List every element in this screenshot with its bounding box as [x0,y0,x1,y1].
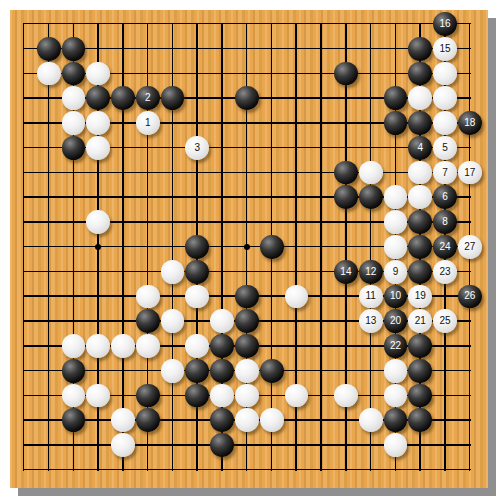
stone-black[interactable] [408,210,432,234]
stone-black-move-6[interactable]: 6 [433,185,457,209]
stone-black[interactable] [62,136,86,160]
stone-black-move-2[interactable]: 2 [136,86,160,110]
stone-black[interactable] [161,86,185,110]
move-number-label: 19 [415,291,426,301]
move-number-label: 5 [442,143,448,153]
move-number-label: 1 [145,118,151,128]
move-number-label: 27 [464,242,475,252]
stone-white[interactable] [384,359,408,383]
stone-white[interactable] [136,285,160,309]
move-number-label: 6 [442,192,448,202]
stone-black[interactable] [37,37,61,61]
stone-white-move-3[interactable]: 3 [185,136,209,160]
stone-black[interactable] [334,185,358,209]
move-number-label: 24 [439,242,450,252]
stone-black[interactable] [136,408,160,432]
stone-black[interactable] [408,334,432,358]
stone-white[interactable] [210,384,234,408]
stone-white[interactable] [384,384,408,408]
move-number-label: 2 [145,93,151,103]
stone-black[interactable] [408,62,432,86]
move-number-label: 8 [442,217,448,227]
stone-black[interactable] [384,86,408,110]
stone-white-move-9[interactable]: 9 [384,260,408,284]
stone-white[interactable] [384,235,408,259]
stone-black[interactable] [235,285,259,309]
stone-black-move-26[interactable]: 26 [458,285,482,309]
stone-white[interactable] [384,433,408,457]
stone-white-move-1[interactable]: 1 [136,111,160,135]
stone-white[interactable] [161,309,185,333]
stone-grid[interactable]: 1615211834571768242714129231110192613202… [12,12,483,483]
stone-white[interactable] [185,285,209,309]
stone-white[interactable] [384,210,408,234]
stone-white[interactable] [86,210,110,234]
move-number-label: 7 [442,168,448,178]
stone-black[interactable] [62,62,86,86]
stone-white[interactable] [111,334,135,358]
stone-black[interactable] [408,37,432,61]
move-number-label: 12 [365,267,376,277]
stone-white[interactable] [334,384,358,408]
stone-white[interactable] [62,334,86,358]
stone-white[interactable] [359,161,383,185]
move-number-label: 14 [340,267,351,277]
stone-black-move-4[interactable]: 4 [408,136,432,160]
stone-black[interactable] [136,309,160,333]
move-number-label: 3 [195,143,201,153]
stone-white[interactable] [408,86,432,110]
stone-white[interactable] [185,334,209,358]
stone-white[interactable] [433,111,457,135]
stone-black[interactable] [210,408,234,432]
stone-white-move-7[interactable]: 7 [433,161,457,185]
move-number-label: 13 [365,316,376,326]
stone-white[interactable] [161,359,185,383]
stone-black[interactable] [235,86,259,110]
stone-white-move-11[interactable]: 11 [359,285,383,309]
stone-white[interactable] [62,111,86,135]
move-number-label: 16 [439,19,450,29]
stone-white[interactable] [408,161,432,185]
move-number-label: 10 [390,291,401,301]
stone-black[interactable] [185,235,209,259]
stone-black-move-14[interactable]: 14 [334,260,358,284]
move-number-label: 9 [393,267,399,277]
stone-white[interactable] [111,408,135,432]
move-number-label: 26 [464,291,475,301]
move-number-label: 17 [464,168,475,178]
stone-white[interactable] [210,309,234,333]
stone-black[interactable] [408,111,432,135]
stone-white[interactable] [62,384,86,408]
move-number-label: 18 [464,118,475,128]
move-number-label: 25 [439,316,450,326]
stone-white[interactable] [235,359,259,383]
stone-black[interactable] [62,37,86,61]
stone-white[interactable] [285,384,309,408]
stone-black-move-16[interactable]: 16 [433,12,457,36]
stone-white[interactable] [86,384,110,408]
stone-black[interactable] [62,408,86,432]
stone-black-move-12[interactable]: 12 [359,260,383,284]
stone-black[interactable] [260,359,284,383]
stone-black[interactable] [210,334,234,358]
stone-black[interactable] [384,111,408,135]
stone-white[interactable] [235,408,259,432]
stone-white-move-21[interactable]: 21 [408,309,432,333]
stone-black[interactable] [408,359,432,383]
stone-black-move-24[interactable]: 24 [433,235,457,259]
stone-white[interactable] [37,62,61,86]
stone-black[interactable] [185,384,209,408]
stone-white[interactable] [62,86,86,110]
stone-white[interactable] [111,433,135,457]
move-number-label: 11 [366,291,376,301]
move-number-label: 15 [439,44,450,54]
stone-white[interactable] [433,62,457,86]
stone-black[interactable] [359,185,383,209]
stone-black[interactable] [384,408,408,432]
stone-black[interactable] [210,433,234,457]
stone-black[interactable] [185,260,209,284]
stone-white-move-5[interactable]: 5 [433,136,457,160]
stone-black-move-18[interactable]: 18 [458,111,482,135]
stone-black[interactable] [235,334,259,358]
stone-white-move-27[interactable]: 27 [458,235,482,259]
screenshot-root: { "game": "go", "board": { "size": 19, "… [0,0,500,500]
stone-white[interactable] [285,285,309,309]
stone-black[interactable] [408,408,432,432]
stone-black-move-22[interactable]: 22 [384,334,408,358]
move-number-label: 21 [415,316,426,326]
stone-white-move-15[interactable]: 15 [433,37,457,61]
stone-white[interactable] [384,185,408,209]
stone-white[interactable] [136,334,160,358]
stone-white[interactable] [86,334,110,358]
stone-black-move-20[interactable]: 20 [384,309,408,333]
stone-white[interactable] [86,136,110,160]
stone-white[interactable] [86,62,110,86]
move-number-label: 20 [390,316,401,326]
stone-black[interactable] [334,62,358,86]
stone-white[interactable] [408,185,432,209]
move-number-label: 22 [390,341,401,351]
stone-black[interactable] [408,384,432,408]
stone-black[interactable] [235,309,259,333]
move-number-label: 4 [417,143,423,153]
stone-white-move-25[interactable]: 25 [433,309,457,333]
stone-black[interactable] [334,161,358,185]
stone-white[interactable] [235,384,259,408]
go-board[interactable]: 1615211834571768242714129231110192613202… [10,10,488,488]
stone-white[interactable] [359,408,383,432]
stone-black[interactable] [408,235,432,259]
stone-black[interactable] [111,86,135,110]
stone-black[interactable] [86,86,110,110]
stone-white[interactable] [433,86,457,110]
move-number-label: 23 [439,267,450,277]
stone-white[interactable] [161,260,185,284]
stone-white-move-17[interactable]: 17 [458,161,482,185]
stone-white-move-19[interactable]: 19 [408,285,432,309]
stone-black[interactable] [185,359,209,383]
stone-black[interactable] [210,359,234,383]
stone-black-move-10[interactable]: 10 [384,285,408,309]
stone-white-move-13[interactable]: 13 [359,309,383,333]
stone-black[interactable] [136,384,160,408]
stone-black[interactable] [62,359,86,383]
stone-black-move-8[interactable]: 8 [433,210,457,234]
stone-white[interactable] [260,408,284,432]
stone-white-move-23[interactable]: 23 [433,260,457,284]
stone-white[interactable] [86,111,110,135]
stone-black[interactable] [408,260,432,284]
stone-black[interactable] [260,235,284,259]
